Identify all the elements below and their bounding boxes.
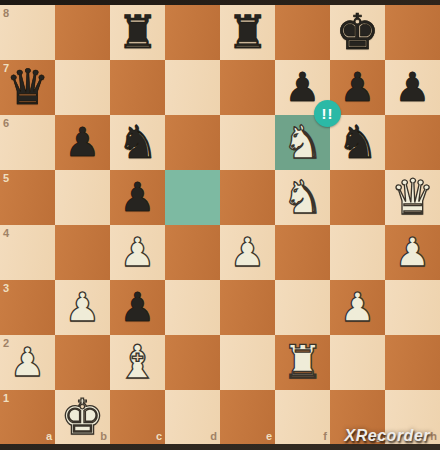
square-e2[interactable] — [220, 335, 275, 390]
square-g6[interactable]: ♞ — [330, 115, 385, 170]
screen-recording-frame: 8♜♜♚7♛♟♟♟6♟♞♞♞5♟♞♛4♟♟♟3♟♟♟2♟♝♜1ab♚cdefgh… — [0, 0, 440, 450]
square-h4[interactable]: ♟ — [385, 225, 440, 280]
square-c3[interactable]: ♟ — [110, 280, 165, 335]
white-bishop[interactable]: ♝ — [110, 335, 165, 390]
file-label-h: h — [430, 430, 437, 442]
square-f1[interactable]: f — [275, 390, 330, 445]
rank-label-4: 4 — [3, 227, 9, 239]
black-pawn[interactable]: ♟ — [110, 170, 165, 225]
white-pawn[interactable]: ♟ — [110, 225, 165, 280]
square-e7[interactable] — [220, 60, 275, 115]
square-c1[interactable]: c — [110, 390, 165, 445]
square-g5[interactable] — [330, 170, 385, 225]
square-a4[interactable]: 4 — [0, 225, 55, 280]
square-f5[interactable]: ♞ — [275, 170, 330, 225]
square-h2[interactable] — [385, 335, 440, 390]
square-h5[interactable]: ♛ — [385, 170, 440, 225]
file-label-e: e — [266, 430, 272, 442]
square-d6[interactable] — [165, 115, 220, 170]
square-a5[interactable]: 5 — [0, 170, 55, 225]
black-knight[interactable]: ♞ — [330, 115, 385, 170]
white-rook[interactable]: ♜ — [275, 335, 330, 390]
square-c8[interactable]: ♜ — [110, 5, 165, 60]
square-b6[interactable]: ♟ — [55, 115, 110, 170]
file-label-a: a — [46, 430, 52, 442]
black-queen[interactable]: ♛ — [0, 60, 55, 115]
square-b3[interactable]: ♟ — [55, 280, 110, 335]
rank-label-6: 6 — [3, 117, 9, 129]
black-knight[interactable]: ♞ — [110, 115, 165, 170]
square-g4[interactable] — [330, 225, 385, 280]
chess-board: 8♜♜♚7♛♟♟♟6♟♞♞♞5♟♞♛4♟♟♟3♟♟♟2♟♝♜1ab♚cdefgh — [0, 5, 440, 445]
file-label-d: d — [210, 430, 217, 442]
black-pawn[interactable]: ♟ — [110, 280, 165, 335]
square-e3[interactable] — [220, 280, 275, 335]
black-pawn[interactable]: ♟ — [55, 115, 110, 170]
square-b4[interactable] — [55, 225, 110, 280]
top-letterbox-bar — [0, 0, 440, 5]
square-a8[interactable]: 8 — [0, 5, 55, 60]
square-c2[interactable]: ♝ — [110, 335, 165, 390]
square-c4[interactable]: ♟ — [110, 225, 165, 280]
square-f2[interactable]: ♜ — [275, 335, 330, 390]
square-h8[interactable] — [385, 5, 440, 60]
white-queen[interactable]: ♛ — [385, 170, 440, 225]
square-e8[interactable]: ♜ — [220, 5, 275, 60]
square-b8[interactable] — [55, 5, 110, 60]
white-pawn[interactable]: ♟ — [385, 225, 440, 280]
rank-label-3: 3 — [3, 282, 9, 294]
rank-label-8: 8 — [3, 7, 9, 19]
square-c5[interactable]: ♟ — [110, 170, 165, 225]
square-a2[interactable]: 2♟ — [0, 335, 55, 390]
white-pawn[interactable]: ♟ — [330, 280, 385, 335]
white-knight[interactable]: ♞ — [275, 170, 330, 225]
square-f3[interactable] — [275, 280, 330, 335]
file-label-f: f — [323, 430, 327, 442]
black-rook[interactable]: ♜ — [220, 5, 275, 60]
square-e1[interactable]: e — [220, 390, 275, 445]
square-d5[interactable] — [165, 170, 220, 225]
brilliant-move-badge: !! — [314, 100, 341, 127]
square-b7[interactable] — [55, 60, 110, 115]
square-g8[interactable]: ♚ — [330, 5, 385, 60]
square-g2[interactable] — [330, 335, 385, 390]
file-label-c: c — [156, 430, 162, 442]
square-d4[interactable] — [165, 225, 220, 280]
square-a1[interactable]: 1a — [0, 390, 55, 445]
square-d8[interactable] — [165, 5, 220, 60]
square-h3[interactable] — [385, 280, 440, 335]
square-b5[interactable] — [55, 170, 110, 225]
square-d1[interactable]: d — [165, 390, 220, 445]
square-h7[interactable]: ♟ — [385, 60, 440, 115]
square-f4[interactable] — [275, 225, 330, 280]
square-g3[interactable]: ♟ — [330, 280, 385, 335]
white-pawn[interactable]: ♟ — [0, 335, 55, 390]
square-b1[interactable]: b♚ — [55, 390, 110, 445]
black-rook[interactable]: ♜ — [110, 5, 165, 60]
square-h6[interactable] — [385, 115, 440, 170]
black-king[interactable]: ♚ — [330, 5, 385, 60]
square-e5[interactable] — [220, 170, 275, 225]
rank-label-1: 1 — [3, 392, 9, 404]
rank-label-5: 5 — [3, 172, 9, 184]
square-c7[interactable] — [110, 60, 165, 115]
square-d2[interactable] — [165, 335, 220, 390]
square-e4[interactable]: ♟ — [220, 225, 275, 280]
square-d7[interactable] — [165, 60, 220, 115]
xrecorder-watermark: XRecorder — [345, 427, 430, 445]
black-pawn[interactable]: ♟ — [385, 60, 440, 115]
square-f8[interactable] — [275, 5, 330, 60]
square-b2[interactable] — [55, 335, 110, 390]
white-pawn[interactable]: ♟ — [220, 225, 275, 280]
square-a3[interactable]: 3 — [0, 280, 55, 335]
square-c6[interactable]: ♞ — [110, 115, 165, 170]
square-d3[interactable] — [165, 280, 220, 335]
white-pawn[interactable]: ♟ — [55, 280, 110, 335]
square-a7[interactable]: 7♛ — [0, 60, 55, 115]
white-king[interactable]: ♚ — [55, 390, 110, 445]
square-a6[interactable]: 6 — [0, 115, 55, 170]
square-e6[interactable] — [220, 115, 275, 170]
